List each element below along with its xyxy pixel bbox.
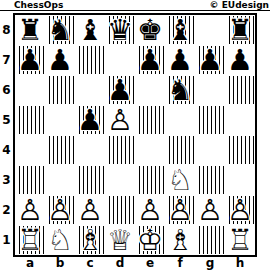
- white-king-silhouette: ♚: [135, 225, 165, 255]
- white-bishop-silhouette: ♝: [75, 225, 105, 255]
- black-pawn: ♟: [225, 45, 255, 75]
- square-b5: [45, 105, 75, 135]
- square-d8: ♛♛: [105, 15, 135, 45]
- white-rook-silhouette: ♜: [15, 225, 45, 255]
- white-knight-silhouette: ♞: [165, 165, 195, 195]
- square-e7: ♟♟: [135, 45, 165, 75]
- black-queen: ♛: [105, 15, 135, 45]
- black-pawn: ♟: [135, 45, 165, 75]
- white-king: ♔: [135, 225, 165, 255]
- white-pawn-silhouette: ♟: [105, 105, 135, 135]
- black-pawn-silhouette: ♟: [105, 75, 135, 105]
- square-a5: [15, 105, 45, 135]
- square-h1: ♜♖: [225, 225, 255, 255]
- square-d6: ♟♟: [105, 75, 135, 105]
- white-pawn-silhouette: ♟: [195, 195, 225, 225]
- white-pawn-silhouette: ♟: [45, 195, 75, 225]
- square-c4: [75, 135, 105, 165]
- square-f4: [165, 135, 195, 165]
- black-rook: ♜: [15, 15, 45, 45]
- file-label-e: e: [135, 256, 165, 270]
- white-bishop: ♗: [165, 225, 195, 255]
- white-pawn-silhouette: ♟: [75, 195, 105, 225]
- square-b4: [45, 135, 75, 165]
- chessops-diagram: ChessOps © EUdesign 87654321 ♜♜♞♞♝♝♛♛♚♚♝…: [0, 0, 270, 270]
- white-pawn-silhouette: ♟: [165, 195, 195, 225]
- square-h2: ♟♙: [225, 195, 255, 225]
- white-pawn: ♙: [135, 195, 165, 225]
- black-pawn-silhouette: ♟: [135, 45, 165, 75]
- black-pawn-silhouette: ♟: [45, 45, 75, 75]
- rank-label-3: 3: [0, 165, 13, 195]
- file-label-h: h: [225, 256, 255, 270]
- square-g5: [195, 105, 225, 135]
- black-pawn: ♟: [165, 45, 195, 75]
- rank-label-5: 5: [0, 105, 13, 135]
- square-e6: [135, 75, 165, 105]
- square-f5: [165, 105, 195, 135]
- square-e3: [135, 165, 165, 195]
- rank-label-4: 4: [0, 135, 13, 165]
- copyright-notice: © EUdesign: [210, 0, 269, 10]
- black-king: ♚: [135, 15, 165, 45]
- white-rook: ♖: [225, 225, 255, 255]
- square-b6: [45, 75, 75, 105]
- square-c7: [75, 45, 105, 75]
- square-e5: [135, 105, 165, 135]
- square-d1: ♛♕: [105, 225, 135, 255]
- rank-label-6: 6: [0, 75, 13, 105]
- white-pawn: ♙: [225, 195, 255, 225]
- file-label-g: g: [195, 256, 225, 270]
- rank-label-7: 7: [0, 45, 13, 75]
- white-pawn: ♙: [15, 195, 45, 225]
- white-pawn: ♙: [165, 195, 195, 225]
- white-pawn-silhouette: ♟: [225, 195, 255, 225]
- square-h5: [225, 105, 255, 135]
- black-rook: ♜: [225, 15, 255, 45]
- square-g1: [195, 225, 225, 255]
- black-pawn: ♟: [75, 105, 105, 135]
- square-e2: ♟♙: [135, 195, 165, 225]
- rank-label-8: 8: [0, 15, 13, 45]
- square-e4: [135, 135, 165, 165]
- white-queen-silhouette: ♛: [105, 225, 135, 255]
- square-a6: [15, 75, 45, 105]
- square-d5: ♟♙: [105, 105, 135, 135]
- square-g6: [195, 75, 225, 105]
- black-pawn: ♟: [105, 75, 135, 105]
- file-label-a: a: [15, 256, 45, 270]
- file-label-b: b: [45, 256, 75, 270]
- white-rook: ♖: [15, 225, 45, 255]
- square-d4: [105, 135, 135, 165]
- square-h3: [225, 165, 255, 195]
- square-c3: [75, 165, 105, 195]
- square-d7: [105, 45, 135, 75]
- square-g2: ♟♙: [195, 195, 225, 225]
- white-pawn: ♙: [75, 195, 105, 225]
- black-rook-silhouette: ♜: [225, 15, 255, 45]
- black-knight-silhouette: ♞: [45, 15, 75, 45]
- square-e8: ♚♚: [135, 15, 165, 45]
- square-c8: ♝♝: [75, 15, 105, 45]
- white-bishop: ♗: [75, 225, 105, 255]
- black-bishop-silhouette: ♝: [165, 15, 195, 45]
- square-d3: [105, 165, 135, 195]
- white-knight: ♘: [45, 225, 75, 255]
- square-f1: ♝♗: [165, 225, 195, 255]
- black-knight: ♞: [45, 15, 75, 45]
- white-pawn-silhouette: ♟: [135, 195, 165, 225]
- square-h4: [225, 135, 255, 165]
- square-d2: [105, 195, 135, 225]
- black-knight: ♞: [165, 75, 195, 105]
- square-h7: ♟♟: [225, 45, 255, 75]
- square-b3: [45, 165, 75, 195]
- square-c5: ♟♟: [75, 105, 105, 135]
- black-pawn: ♟: [195, 45, 225, 75]
- app-title: ChessOps: [14, 0, 63, 10]
- white-queen: ♕: [105, 225, 135, 255]
- file-label-d: d: [105, 256, 135, 270]
- black-pawn-silhouette: ♟: [225, 45, 255, 75]
- square-f6: ♞♞: [165, 75, 195, 105]
- white-knight-silhouette: ♞: [45, 225, 75, 255]
- square-g8: [195, 15, 225, 45]
- square-h8: ♜♜: [225, 15, 255, 45]
- white-pawn: ♙: [45, 195, 75, 225]
- black-pawn-silhouette: ♟: [15, 45, 45, 75]
- file-label-f: f: [165, 256, 195, 270]
- square-b1: ♞♘: [45, 225, 75, 255]
- square-b7: ♟♟: [45, 45, 75, 75]
- black-pawn: ♟: [15, 45, 45, 75]
- white-rook-silhouette: ♜: [225, 225, 255, 255]
- square-c1: ♝♗: [75, 225, 105, 255]
- square-g4: [195, 135, 225, 165]
- square-c6: [75, 75, 105, 105]
- square-a4: [15, 135, 45, 165]
- white-bishop-silhouette: ♝: [165, 225, 195, 255]
- file-label-c: c: [75, 256, 105, 270]
- header-bar: ChessOps © EUdesign: [0, 0, 270, 11]
- square-h6: [225, 75, 255, 105]
- square-a1: ♜♖: [15, 225, 45, 255]
- file-labels: abcdefgh: [15, 256, 255, 270]
- square-f2: ♟♙: [165, 195, 195, 225]
- white-knight: ♘: [165, 165, 195, 195]
- square-b8: ♞♞: [45, 15, 75, 45]
- square-c2: ♟♙: [75, 195, 105, 225]
- square-e1: ♚♔: [135, 225, 165, 255]
- rank-labels: 87654321: [0, 15, 13, 255]
- square-f8: ♝♝: [165, 15, 195, 45]
- black-rook-silhouette: ♜: [15, 15, 45, 45]
- white-pawn: ♙: [195, 195, 225, 225]
- rank-label-2: 2: [0, 195, 13, 225]
- square-a3: [15, 165, 45, 195]
- black-bishop: ♝: [165, 15, 195, 45]
- black-pawn-silhouette: ♟: [75, 105, 105, 135]
- black-king-silhouette: ♚: [135, 15, 165, 45]
- black-bishop: ♝: [75, 15, 105, 45]
- chess-board: ♜♜♞♞♝♝♛♛♚♚♝♝♜♜♟♟♟♟♟♟♟♟♟♟♟♟♟♟♞♞♟♟♟♙♞♘♟♙♟♙…: [13, 13, 257, 257]
- square-b2: ♟♙: [45, 195, 75, 225]
- black-knight-silhouette: ♞: [165, 75, 195, 105]
- black-pawn-silhouette: ♟: [165, 45, 195, 75]
- square-f3: ♞♘: [165, 165, 195, 195]
- black-pawn-silhouette: ♟: [195, 45, 225, 75]
- rank-label-1: 1: [0, 225, 13, 255]
- square-g7: ♟♟: [195, 45, 225, 75]
- square-a8: ♜♜: [15, 15, 45, 45]
- square-f7: ♟♟: [165, 45, 195, 75]
- black-queen-silhouette: ♛: [105, 15, 135, 45]
- black-bishop-silhouette: ♝: [75, 15, 105, 45]
- white-pawn: ♙: [105, 105, 135, 135]
- white-pawn-silhouette: ♟: [15, 195, 45, 225]
- black-pawn: ♟: [45, 45, 75, 75]
- square-a2: ♟♙: [15, 195, 45, 225]
- square-g3: [195, 165, 225, 195]
- square-a7: ♟♟: [15, 45, 45, 75]
